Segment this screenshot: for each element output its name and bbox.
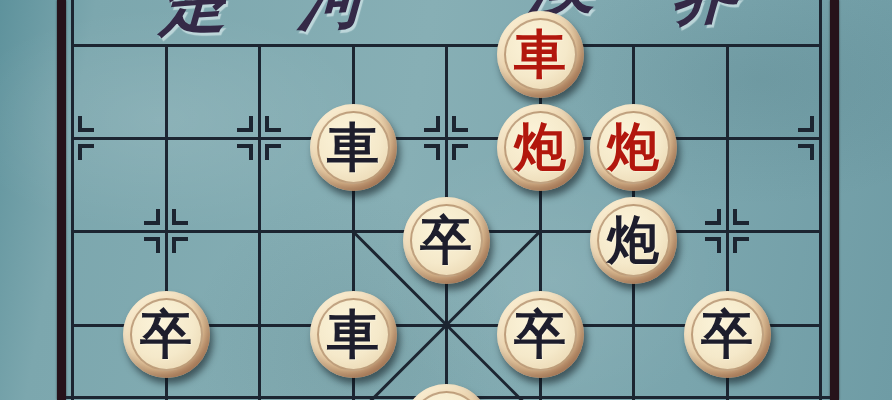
piece-black-chariot[interactable]: 車 [310, 104, 397, 191]
point-mark [265, 116, 281, 132]
river-label-chu: 楚 [159, 0, 230, 36]
xiangqi-board[interactable]: 楚 河 漢 界 車車炮炮卒炮卒車卒卒帥 [0, 0, 892, 400]
piece-face: 炮 [504, 111, 577, 184]
point-mark [705, 209, 721, 225]
grid-rank-line [71, 44, 822, 47]
grid-file-line [819, 0, 822, 400]
piece-glyph: 車 [327, 308, 379, 360]
piece-glyph: 炮 [607, 214, 659, 266]
point-mark [733, 237, 749, 253]
board-frame-right [830, 0, 839, 400]
piece-glyph: 炮 [514, 121, 566, 173]
piece-face: 卒 [130, 298, 203, 371]
piece-black-soldier[interactable]: 卒 [497, 291, 584, 378]
grid-rank-line [71, 137, 822, 140]
point-mark [733, 209, 749, 225]
point-mark [237, 116, 253, 132]
point-mark [78, 144, 94, 160]
river-label-jie: 界 [670, 0, 741, 28]
point-mark [452, 144, 468, 160]
point-mark [172, 209, 188, 225]
piece-glyph: 卒 [140, 308, 192, 360]
piece-red-cannon[interactable]: 炮 [497, 104, 584, 191]
piece-face: 炮 [597, 111, 670, 184]
piece-red-chariot[interactable]: 車 [497, 11, 584, 98]
piece-red-king-partially-hidden[interactable]: 帥 [403, 384, 490, 400]
point-mark [78, 116, 94, 132]
piece-face: 卒 [691, 298, 764, 371]
piece-face: 卒 [504, 298, 577, 371]
grid-file-line [71, 0, 74, 400]
piece-face: 車 [317, 298, 390, 371]
grid-file-line [258, 45, 261, 400]
piece-glyph: 炮 [607, 121, 659, 173]
board-frame-left [57, 0, 66, 400]
piece-black-cannon[interactable]: 炮 [590, 197, 677, 284]
point-mark [452, 116, 468, 132]
piece-face: 車 [317, 111, 390, 184]
piece-glyph: 車 [514, 28, 566, 80]
piece-black-soldier[interactable]: 卒 [123, 291, 210, 378]
point-mark [144, 237, 160, 253]
point-mark [705, 237, 721, 253]
piece-black-soldier[interactable]: 卒 [403, 197, 490, 284]
piece-red-cannon[interactable]: 炮 [590, 104, 677, 191]
piece-glyph: 卒 [420, 214, 472, 266]
river-label-he: 河 [297, 0, 368, 33]
piece-face: 卒 [410, 204, 483, 277]
point-mark [144, 209, 160, 225]
piece-glyph: 卒 [514, 308, 566, 360]
piece-face: 車 [504, 18, 577, 91]
point-mark [798, 144, 814, 160]
point-mark [265, 144, 281, 160]
piece-black-soldier[interactable]: 卒 [684, 291, 771, 378]
point-mark [424, 116, 440, 132]
point-mark [798, 116, 814, 132]
piece-face: 帥 [410, 391, 483, 400]
piece-glyph: 卒 [701, 308, 753, 360]
piece-face: 炮 [597, 204, 670, 277]
piece-glyph: 車 [327, 121, 379, 173]
point-mark [172, 237, 188, 253]
point-mark [237, 144, 253, 160]
piece-black-chariot[interactable]: 車 [310, 291, 397, 378]
point-mark [424, 144, 440, 160]
